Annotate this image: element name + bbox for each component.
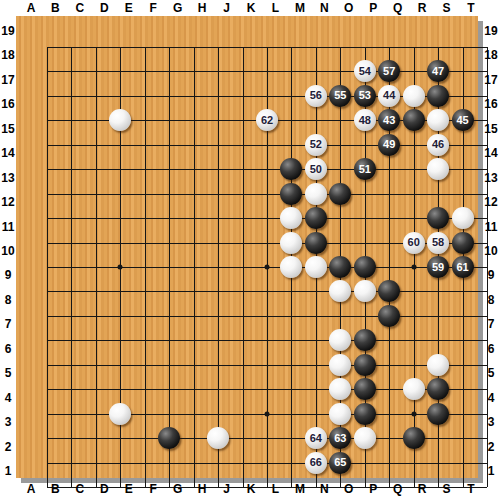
stone-black-L13 xyxy=(280,183,302,205)
row-label-left-3: 3 xyxy=(5,415,12,429)
column-label-top-H: H xyxy=(198,1,207,15)
column-label-top-B: B xyxy=(51,1,60,15)
stone-white-M15: 52 xyxy=(305,134,327,156)
stone-black-N2: 65 xyxy=(329,452,351,474)
row-label-right-5: 5 xyxy=(488,366,495,380)
stone-white-O18: 54 xyxy=(354,60,376,82)
stone-white-R11: 58 xyxy=(427,232,449,254)
column-label-top-L: L xyxy=(272,1,279,15)
row-label-right-3: 3 xyxy=(488,415,495,429)
row-label-right-18: 18 xyxy=(484,48,497,62)
row-label-right-13: 13 xyxy=(484,171,497,185)
column-label-top-R: R xyxy=(418,1,427,15)
column-label-bottom-N: N xyxy=(320,482,329,496)
stone-white-Q11: 60 xyxy=(403,232,425,254)
stone-black-S16: 45 xyxy=(452,109,474,131)
stone-black-S10: 61 xyxy=(452,256,474,278)
column-label-bottom-S: S xyxy=(443,482,451,496)
stone-white-M14: 50 xyxy=(305,158,327,180)
stone-black-M12 xyxy=(305,207,327,229)
stone-black-P15: 49 xyxy=(378,134,400,156)
stone-black-P8 xyxy=(378,305,400,327)
column-label-bottom-B: B xyxy=(51,482,60,496)
column-label-bottom-A: A xyxy=(27,482,36,496)
stone-white-N6 xyxy=(329,354,351,376)
stone-white-N5 xyxy=(329,378,351,400)
column-label-top-J: J xyxy=(223,1,230,15)
stone-black-N17: 55 xyxy=(329,85,351,107)
row-label-left-6: 6 xyxy=(5,342,12,356)
stone-white-M10 xyxy=(305,256,327,278)
row-label-right-12: 12 xyxy=(484,195,497,209)
stone-white-N7 xyxy=(329,329,351,351)
column-label-bottom-E: E xyxy=(125,482,133,496)
column-label-top-S: S xyxy=(443,1,451,15)
column-label-top-D: D xyxy=(100,1,109,15)
row-label-left-11: 11 xyxy=(2,220,15,234)
star-point-D10 xyxy=(118,265,123,270)
column-label-bottom-F: F xyxy=(150,482,157,496)
stone-black-R12 xyxy=(427,207,449,229)
stone-white-D4 xyxy=(109,403,131,425)
stone-black-L14 xyxy=(280,158,302,180)
row-label-left-17: 17 xyxy=(1,73,14,87)
stone-black-R17 xyxy=(427,85,449,107)
row-label-right-1: 1 xyxy=(488,464,495,478)
row-label-right-7: 7 xyxy=(488,317,495,331)
row-label-left-19: 19 xyxy=(1,24,14,38)
grid-line-horizontal xyxy=(47,316,487,317)
column-label-top-F: F xyxy=(150,1,157,15)
stone-white-R6 xyxy=(427,354,449,376)
stone-black-O7 xyxy=(354,329,376,351)
row-label-right-16: 16 xyxy=(484,97,497,111)
stone-black-S11 xyxy=(452,232,474,254)
stone-white-O9 xyxy=(354,280,376,302)
column-label-bottom-K: K xyxy=(247,482,256,496)
row-label-right-11: 11 xyxy=(485,220,498,234)
row-label-right-6: 6 xyxy=(488,342,495,356)
row-label-left-7: 7 xyxy=(5,317,12,331)
stone-black-P9 xyxy=(378,280,400,302)
stone-black-O14: 51 xyxy=(354,158,376,180)
row-label-right-10: 10 xyxy=(484,244,497,258)
column-label-bottom-L: L xyxy=(272,482,279,496)
star-point-Q10 xyxy=(411,265,416,270)
stone-white-K16: 62 xyxy=(256,109,278,131)
column-label-top-A: A xyxy=(27,1,36,15)
row-label-left-13: 13 xyxy=(1,171,14,185)
stone-white-H3 xyxy=(207,427,229,449)
column-label-bottom-G: G xyxy=(173,482,182,496)
column-label-top-P: P xyxy=(369,1,377,15)
go-board[interactable]: 5457475655534462484345524946505160585961… xyxy=(16,16,478,478)
star-point-K10 xyxy=(265,265,270,270)
stone-white-M13 xyxy=(305,183,327,205)
column-label-bottom-R: R xyxy=(418,482,427,496)
row-label-left-12: 12 xyxy=(1,195,14,209)
stone-black-R5 xyxy=(427,378,449,400)
go-diagram: 5457475655534462484345524946505160585961… xyxy=(0,0,500,500)
column-label-top-O: O xyxy=(344,1,353,15)
column-label-bottom-D: D xyxy=(100,482,109,496)
grid-line-horizontal xyxy=(47,340,487,341)
stone-white-R14 xyxy=(427,158,449,180)
stone-white-Q5 xyxy=(403,378,425,400)
stone-black-N3: 63 xyxy=(329,427,351,449)
stone-black-N10 xyxy=(329,256,351,278)
grid-line-horizontal xyxy=(47,365,487,366)
stone-black-Q16 xyxy=(403,109,425,131)
row-label-right-8: 8 xyxy=(488,293,495,307)
row-label-left-4: 4 xyxy=(5,391,12,405)
stone-black-O6 xyxy=(354,354,376,376)
stone-white-M3: 64 xyxy=(305,427,327,449)
stone-white-O3 xyxy=(354,427,376,449)
column-label-bottom-T: T xyxy=(467,482,474,496)
column-label-bottom-P: P xyxy=(369,482,377,496)
stone-white-R16 xyxy=(427,109,449,131)
row-label-left-5: 5 xyxy=(5,366,12,380)
grid-line-horizontal xyxy=(47,291,487,292)
column-label-bottom-Q: Q xyxy=(393,482,402,496)
column-label-bottom-M: M xyxy=(295,482,305,496)
row-label-left-2: 2 xyxy=(5,440,12,454)
row-label-right-17: 17 xyxy=(484,73,497,87)
row-label-right-9: 9 xyxy=(488,268,495,282)
stone-white-N4 xyxy=(329,403,351,425)
stone-black-F3 xyxy=(158,427,180,449)
stone-black-N13 xyxy=(329,183,351,205)
stone-black-P16: 43 xyxy=(378,109,400,131)
column-label-top-G: G xyxy=(173,1,182,15)
grid-line-horizontal xyxy=(47,463,487,464)
stone-black-O5 xyxy=(354,378,376,400)
row-label-left-1: 1 xyxy=(5,464,12,478)
row-label-right-15: 15 xyxy=(484,122,497,136)
column-label-bottom-C: C xyxy=(76,482,85,496)
column-label-top-C: C xyxy=(76,1,85,15)
column-label-top-Q: Q xyxy=(393,1,402,15)
row-label-right-2: 2 xyxy=(488,440,495,454)
stone-white-O16: 48 xyxy=(354,109,376,131)
row-label-left-15: 15 xyxy=(1,122,14,136)
row-label-left-16: 16 xyxy=(1,97,14,111)
star-point-K4 xyxy=(265,411,270,416)
stone-white-M17: 56 xyxy=(305,85,327,107)
stone-black-R18: 47 xyxy=(427,60,449,82)
stone-white-L11 xyxy=(280,232,302,254)
stone-black-P18: 57 xyxy=(378,60,400,82)
column-label-top-N: N xyxy=(320,1,329,15)
stone-black-O10 xyxy=(354,256,376,278)
row-label-right-19: 19 xyxy=(484,24,497,38)
column-label-bottom-O: O xyxy=(344,482,353,496)
row-label-right-14: 14 xyxy=(484,146,497,160)
row-label-left-18: 18 xyxy=(1,48,14,62)
board-grid[interactable]: 5457475655534462484345524946505160585961… xyxy=(47,47,487,487)
column-label-top-K: K xyxy=(247,1,256,15)
stone-white-R15: 46 xyxy=(427,134,449,156)
stone-black-O17: 53 xyxy=(354,85,376,107)
stone-black-R10: 59 xyxy=(427,256,449,278)
stone-white-M2: 66 xyxy=(305,452,327,474)
row-label-left-8: 8 xyxy=(5,293,12,307)
stone-black-O4 xyxy=(354,403,376,425)
stone-white-L10 xyxy=(280,256,302,278)
star-point-Q4 xyxy=(411,411,416,416)
column-label-bottom-H: H xyxy=(198,482,207,496)
row-label-left-9: 9 xyxy=(5,268,12,282)
column-label-top-E: E xyxy=(125,1,133,15)
column-label-top-M: M xyxy=(295,1,305,15)
stone-black-M11 xyxy=(305,232,327,254)
stone-black-Q3 xyxy=(403,427,425,449)
column-label-top-T: T xyxy=(467,1,474,15)
stone-white-L12 xyxy=(280,207,302,229)
stone-white-Q17 xyxy=(403,85,425,107)
stone-white-D16 xyxy=(109,109,131,131)
stone-white-S12 xyxy=(452,207,474,229)
stone-white-N9 xyxy=(329,280,351,302)
row-label-left-14: 14 xyxy=(1,146,14,160)
row-label-right-4: 4 xyxy=(488,391,495,405)
stone-white-P17: 44 xyxy=(378,85,400,107)
stone-black-R4 xyxy=(427,403,449,425)
row-label-left-10: 10 xyxy=(1,244,14,258)
column-label-bottom-J: J xyxy=(223,482,230,496)
